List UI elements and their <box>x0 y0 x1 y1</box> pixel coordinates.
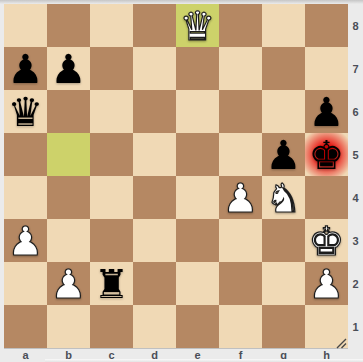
square-h5[interactable]: ♚ <box>305 133 348 176</box>
square-f3[interactable] <box>219 219 262 262</box>
rank-coordinates: 87654321 <box>348 4 363 348</box>
square-f8[interactable] <box>219 4 262 47</box>
square-c7[interactable] <box>90 47 133 90</box>
file-coordinates: abcdefgh <box>4 348 348 362</box>
square-b7[interactable]: ♟ <box>47 47 90 90</box>
square-b6[interactable] <box>47 90 90 133</box>
black-pawn[interactable]: ♟ <box>262 133 305 176</box>
square-b2[interactable]: ♟ <box>47 262 90 305</box>
white-king[interactable]: ♚ <box>305 219 348 262</box>
black-queen[interactable]: ♛ <box>4 90 47 133</box>
square-a2[interactable] <box>4 262 47 305</box>
square-h2[interactable]: ♟ <box>305 262 348 305</box>
rank-label-7: 7 <box>348 47 363 90</box>
square-e7[interactable] <box>176 47 219 90</box>
square-b8[interactable] <box>47 4 90 47</box>
rank-label-1: 1 <box>348 305 363 348</box>
file-label-a: a <box>4 348 47 362</box>
square-g8[interactable] <box>262 4 305 47</box>
square-b1[interactable] <box>47 305 90 348</box>
square-a6[interactable]: ♛ <box>4 90 47 133</box>
white-pawn[interactable]: ♟ <box>305 262 348 305</box>
square-b4[interactable] <box>47 176 90 219</box>
square-c1[interactable] <box>90 305 133 348</box>
square-g1[interactable] <box>262 305 305 348</box>
black-king[interactable]: ♚ <box>305 133 348 176</box>
square-c8[interactable] <box>90 4 133 47</box>
square-a4[interactable] <box>4 176 47 219</box>
square-e2[interactable] <box>176 262 219 305</box>
square-h1[interactable] <box>305 305 348 348</box>
white-pawn[interactable]: ♟ <box>219 176 262 219</box>
square-g7[interactable] <box>262 47 305 90</box>
file-label-e: e <box>176 348 219 362</box>
square-c2[interactable]: ♜ <box>90 262 133 305</box>
file-label-b: b <box>47 348 90 362</box>
square-d8[interactable] <box>133 4 176 47</box>
white-pawn[interactable]: ♟ <box>4 219 47 262</box>
rank-label-2: 2 <box>348 262 363 305</box>
square-h3[interactable]: ♚ <box>305 219 348 262</box>
black-pawn[interactable]: ♟ <box>47 47 90 90</box>
square-c4[interactable] <box>90 176 133 219</box>
file-label-g: g <box>262 348 305 362</box>
black-pawn[interactable]: ♟ <box>305 90 348 133</box>
square-c5[interactable] <box>90 133 133 176</box>
square-h4[interactable] <box>305 176 348 219</box>
square-a7[interactable]: ♟ <box>4 47 47 90</box>
square-g5[interactable]: ♟ <box>262 133 305 176</box>
square-b3[interactable] <box>47 219 90 262</box>
rank-label-8: 8 <box>348 4 363 47</box>
square-d5[interactable] <box>133 133 176 176</box>
square-h8[interactable] <box>305 4 348 47</box>
file-label-d: d <box>133 348 176 362</box>
rank-label-4: 4 <box>348 176 363 219</box>
white-knight[interactable]: ♞ <box>262 176 305 219</box>
square-d7[interactable] <box>133 47 176 90</box>
square-d3[interactable] <box>133 219 176 262</box>
square-e3[interactable] <box>176 219 219 262</box>
black-rook[interactable]: ♜ <box>90 262 133 305</box>
square-f6[interactable] <box>219 90 262 133</box>
square-g4[interactable]: ♞ <box>262 176 305 219</box>
square-e8[interactable]: ♛ <box>176 4 219 47</box>
square-f1[interactable] <box>219 305 262 348</box>
square-c3[interactable] <box>90 219 133 262</box>
square-a8[interactable] <box>4 4 47 47</box>
square-f4[interactable]: ♟ <box>219 176 262 219</box>
square-d6[interactable] <box>133 90 176 133</box>
square-d2[interactable] <box>133 262 176 305</box>
file-label-c: c <box>90 348 133 362</box>
square-e1[interactable] <box>176 305 219 348</box>
square-g2[interactable] <box>262 262 305 305</box>
square-f5[interactable] <box>219 133 262 176</box>
board: ♛♟♟♛♟♟♚♟♞♟♚♟♜♟ <box>4 4 348 348</box>
square-a5[interactable] <box>4 133 47 176</box>
white-pawn[interactable]: ♟ <box>47 262 90 305</box>
square-h6[interactable]: ♟ <box>305 90 348 133</box>
white-queen[interactable]: ♛ <box>176 4 219 47</box>
square-g6[interactable] <box>262 90 305 133</box>
rank-label-6: 6 <box>348 90 363 133</box>
square-e6[interactable] <box>176 90 219 133</box>
square-b5[interactable] <box>47 133 90 176</box>
square-d4[interactable] <box>133 176 176 219</box>
file-label-h: h <box>305 348 348 362</box>
square-a1[interactable] <box>4 305 47 348</box>
black-pawn[interactable]: ♟ <box>4 47 47 90</box>
file-label-f: f <box>219 348 262 362</box>
square-e5[interactable] <box>176 133 219 176</box>
square-f2[interactable] <box>219 262 262 305</box>
square-g3[interactable] <box>262 219 305 262</box>
square-a3[interactable]: ♟ <box>4 219 47 262</box>
rank-label-3: 3 <box>348 219 363 262</box>
square-h7[interactable] <box>305 47 348 90</box>
square-f7[interactable] <box>219 47 262 90</box>
square-e4[interactable] <box>176 176 219 219</box>
board-resize-handle-icon[interactable] <box>335 335 347 347</box>
square-d1[interactable] <box>133 305 176 348</box>
rank-label-5: 5 <box>348 133 363 176</box>
chess-board-window: ♛♟♟♛♟♟♚♟♞♟♚♟♜♟ abcdefgh 87654321 <box>0 0 363 362</box>
square-c6[interactable] <box>90 90 133 133</box>
